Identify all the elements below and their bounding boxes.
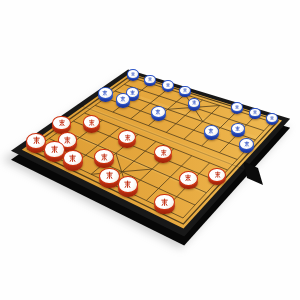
piece-top-face — [179, 86, 191, 96]
piece-character — [213, 171, 222, 178]
piece-top-face — [179, 171, 198, 186]
piece-character — [154, 109, 162, 115]
piece-red-cannon — [179, 171, 198, 190]
piece-blue-horse — [144, 75, 156, 87]
piece-blue-general — [188, 98, 201, 111]
piece-blue-soldier — [151, 106, 166, 121]
piece-character — [122, 180, 133, 189]
piece-character — [87, 119, 96, 126]
piece-blue-soldier — [116, 93, 131, 108]
piece-blue-horse — [231, 102, 243, 114]
product-photo-xiangqi-set — [0, 0, 300, 300]
piece-top-face — [154, 194, 175, 210]
piece-character — [67, 154, 78, 163]
piece-character — [57, 119, 67, 127]
piece-blue-cannon — [249, 108, 261, 120]
piece-character — [104, 171, 115, 180]
piece-red-elephant — [63, 150, 84, 171]
piece-character — [182, 88, 188, 93]
piece-top-face — [127, 69, 139, 79]
piece-top-face — [266, 113, 278, 123]
piece-blue-elephant — [162, 80, 174, 92]
piece-red-elephant — [154, 194, 175, 215]
piece-top-face — [231, 102, 243, 112]
piece-character — [234, 105, 240, 110]
piece-top-face — [52, 116, 71, 131]
piece-character — [147, 77, 153, 82]
piece-blue-advisor — [231, 123, 245, 137]
piece-blue-soldier — [239, 138, 254, 153]
piece-character — [243, 141, 251, 147]
piece-blue-advisor — [179, 86, 191, 98]
piece-top-face — [204, 125, 219, 137]
piece-top-face — [94, 149, 114, 165]
piece-blue-soldier — [98, 87, 113, 102]
piece-character — [159, 149, 168, 156]
piece-character — [101, 90, 109, 96]
piece-red-soldier — [154, 145, 172, 163]
piece-top-face — [98, 87, 113, 99]
piece-blue-soldier — [204, 125, 219, 140]
piece-character — [191, 100, 198, 105]
piece-character — [269, 116, 275, 121]
piece-character — [31, 136, 42, 145]
piece-character — [165, 83, 171, 88]
piece-character — [49, 145, 60, 154]
piece-red-advisor — [118, 176, 139, 197]
piece-red-advisor — [94, 149, 114, 169]
piece-top-face — [162, 80, 174, 90]
piece-red-soldier — [118, 130, 136, 148]
piece-character — [207, 128, 215, 134]
piece-blue-chariot — [266, 113, 278, 125]
piece-character — [99, 153, 110, 161]
piece-top-face — [151, 106, 166, 118]
piece-character — [252, 110, 258, 115]
piece-character — [183, 174, 193, 182]
pieces-layer — [0, 0, 300, 300]
piece-red-horse — [83, 115, 101, 133]
piece-top-face — [208, 168, 226, 182]
piece-character — [159, 198, 170, 207]
piece-top-face — [118, 176, 139, 192]
piece-character — [130, 72, 136, 77]
piece-red-soldier — [208, 168, 226, 186]
piece-character — [234, 126, 241, 131]
piece-character — [119, 96, 127, 102]
piece-top-face — [249, 108, 261, 118]
piece-character — [123, 134, 132, 141]
piece-blue-chariot — [127, 69, 139, 81]
